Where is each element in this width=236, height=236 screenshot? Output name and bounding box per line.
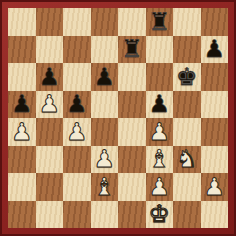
square-b3[interactable] [36, 146, 64, 174]
piece-white-pawn-d3[interactable]: ♟ [93, 147, 115, 171]
square-g2[interactable] [173, 173, 201, 201]
square-d4[interactable] [91, 118, 119, 146]
square-a1[interactable] [8, 201, 36, 229]
piece-white-pawn-a4[interactable]: ♟ [11, 120, 33, 144]
square-g1[interactable] [173, 201, 201, 229]
square-c5[interactable]: ♟ [63, 91, 91, 119]
square-d8[interactable] [91, 8, 119, 36]
piece-black-king-g6[interactable]: ♚ [176, 65, 198, 89]
square-e1[interactable] [118, 201, 146, 229]
square-g5[interactable] [173, 91, 201, 119]
square-h5[interactable] [201, 91, 229, 119]
square-f4[interactable]: ♟ [146, 118, 174, 146]
square-a3[interactable] [8, 146, 36, 174]
piece-white-bishop-d2[interactable]: ♝ [93, 175, 115, 199]
square-d7[interactable] [91, 36, 119, 64]
square-e3[interactable] [118, 146, 146, 174]
square-b4[interactable] [36, 118, 64, 146]
square-g6[interactable]: ♚ [173, 63, 201, 91]
square-a4[interactable]: ♟ [8, 118, 36, 146]
square-a2[interactable] [8, 173, 36, 201]
square-d5[interactable] [91, 91, 119, 119]
square-g8[interactable] [173, 8, 201, 36]
piece-white-bishop-f3[interactable]: ♝ [148, 147, 170, 171]
square-b8[interactable] [36, 8, 64, 36]
square-c2[interactable] [63, 173, 91, 201]
piece-black-pawn-d6[interactable]: ♟ [93, 65, 115, 89]
square-h2[interactable]: ♟ [201, 173, 229, 201]
square-h8[interactable] [201, 8, 229, 36]
square-e6[interactable] [118, 63, 146, 91]
piece-black-pawn-h7[interactable]: ♟ [203, 37, 225, 61]
square-f7[interactable] [146, 36, 174, 64]
square-f2[interactable]: ♟ [146, 173, 174, 201]
square-b5[interactable]: ♟ [36, 91, 64, 119]
square-f5[interactable]: ♟ [146, 91, 174, 119]
square-e8[interactable] [118, 8, 146, 36]
square-f1[interactable]: ♚ [146, 201, 174, 229]
square-e2[interactable] [118, 173, 146, 201]
piece-white-pawn-c4[interactable]: ♟ [66, 120, 88, 144]
square-a6[interactable] [8, 63, 36, 91]
piece-white-king-f1[interactable]: ♚ [148, 202, 170, 226]
square-b2[interactable] [36, 173, 64, 201]
chess-board: ♜♜♟♟♟♚♟♟♟♟♟♟♟♟♝♞♝♟♟♚ [8, 8, 228, 228]
square-b7[interactable] [36, 36, 64, 64]
square-a7[interactable] [8, 36, 36, 64]
square-c1[interactable] [63, 201, 91, 229]
piece-white-knight-g3[interactable]: ♞ [176, 147, 198, 171]
piece-white-pawn-f4[interactable]: ♟ [148, 120, 170, 144]
piece-black-pawn-b6[interactable]: ♟ [38, 65, 60, 89]
piece-black-rook-e7[interactable]: ♜ [121, 37, 143, 61]
square-c7[interactable] [63, 36, 91, 64]
piece-black-rook-f8[interactable]: ♜ [148, 10, 170, 34]
square-d2[interactable]: ♝ [91, 173, 119, 201]
square-e4[interactable] [118, 118, 146, 146]
square-h4[interactable] [201, 118, 229, 146]
board-frame: ♜♜♟♟♟♚♟♟♟♟♟♟♟♟♝♞♝♟♟♚ [0, 0, 236, 236]
square-c8[interactable] [63, 8, 91, 36]
square-a5[interactable]: ♟ [8, 91, 36, 119]
square-h3[interactable] [201, 146, 229, 174]
piece-black-pawn-f5[interactable]: ♟ [148, 92, 170, 116]
piece-black-pawn-a5[interactable]: ♟ [11, 92, 33, 116]
square-c4[interactable]: ♟ [63, 118, 91, 146]
square-f6[interactable] [146, 63, 174, 91]
square-g4[interactable] [173, 118, 201, 146]
piece-white-pawn-f2[interactable]: ♟ [148, 175, 170, 199]
square-b6[interactable]: ♟ [36, 63, 64, 91]
square-d6[interactable]: ♟ [91, 63, 119, 91]
piece-white-pawn-h2[interactable]: ♟ [203, 175, 225, 199]
square-g3[interactable]: ♞ [173, 146, 201, 174]
square-h7[interactable]: ♟ [201, 36, 229, 64]
square-a8[interactable] [8, 8, 36, 36]
square-e5[interactable] [118, 91, 146, 119]
square-f8[interactable]: ♜ [146, 8, 174, 36]
square-d1[interactable] [91, 201, 119, 229]
square-d3[interactable]: ♟ [91, 146, 119, 174]
square-h6[interactable] [201, 63, 229, 91]
square-e7[interactable]: ♜ [118, 36, 146, 64]
piece-white-pawn-b5[interactable]: ♟ [38, 92, 60, 116]
square-f3[interactable]: ♝ [146, 146, 174, 174]
square-c3[interactable] [63, 146, 91, 174]
square-g7[interactable] [173, 36, 201, 64]
square-c6[interactable] [63, 63, 91, 91]
square-h1[interactable] [201, 201, 229, 229]
piece-black-pawn-c5[interactable]: ♟ [66, 92, 88, 116]
square-b1[interactable] [36, 201, 64, 229]
